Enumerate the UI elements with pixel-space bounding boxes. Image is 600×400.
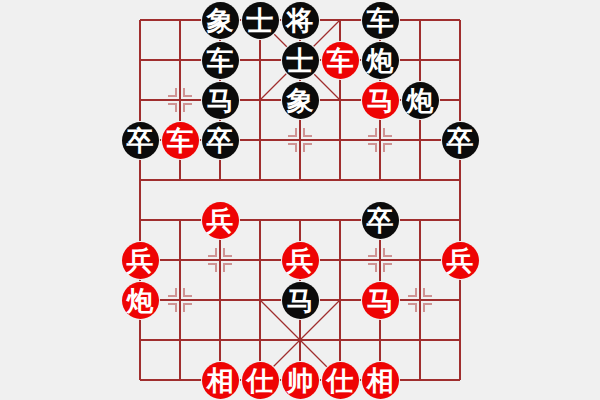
piece-black-chariot[interactable]: 车 xyxy=(362,2,399,39)
piece-red-horse[interactable]: 马 xyxy=(362,282,399,319)
pieces-layer: 象士将车车士车炮马象马炮卒车卒卒兵卒兵兵兵炮马马相仕帅仕相 xyxy=(0,0,600,400)
piece-red-advisor[interactable]: 仕 xyxy=(322,362,359,399)
piece-black-advisor[interactable]: 士 xyxy=(282,42,319,79)
xiangqi-app-window: 象士将车车士车炮马象马炮卒车卒卒兵卒兵兵兵炮马马相仕帅仕相 xyxy=(0,0,600,400)
piece-black-soldier[interactable]: 卒 xyxy=(362,202,399,239)
piece-red-advisor[interactable]: 仕 xyxy=(242,362,279,399)
piece-red-general[interactable]: 帅 xyxy=(282,362,319,399)
piece-black-advisor[interactable]: 士 xyxy=(242,2,279,39)
piece-black-elephant[interactable]: 象 xyxy=(202,2,239,39)
piece-black-soldier[interactable]: 卒 xyxy=(442,122,479,159)
piece-black-horse[interactable]: 马 xyxy=(282,282,319,319)
piece-red-soldier[interactable]: 兵 xyxy=(282,242,319,279)
piece-black-cannon[interactable]: 炮 xyxy=(362,42,399,79)
piece-black-chariot[interactable]: 车 xyxy=(202,42,239,79)
piece-red-chariot[interactable]: 车 xyxy=(322,42,359,79)
piece-black-soldier[interactable]: 卒 xyxy=(122,122,159,159)
piece-black-elephant[interactable]: 象 xyxy=(282,82,319,119)
piece-red-elephant[interactable]: 相 xyxy=(362,362,399,399)
piece-red-horse[interactable]: 马 xyxy=(362,82,399,119)
piece-red-soldier[interactable]: 兵 xyxy=(122,242,159,279)
piece-red-soldier[interactable]: 兵 xyxy=(442,242,479,279)
piece-black-cannon[interactable]: 炮 xyxy=(402,82,439,119)
xiangqi-board[interactable]: 象士将车车士车炮马象马炮卒车卒卒兵卒兵兵兵炮马马相仕帅仕相 xyxy=(0,0,600,400)
piece-red-elephant[interactable]: 相 xyxy=(202,362,239,399)
piece-black-horse[interactable]: 马 xyxy=(202,82,239,119)
piece-red-soldier[interactable]: 兵 xyxy=(202,202,239,239)
piece-black-soldier[interactable]: 卒 xyxy=(202,122,239,159)
piece-black-general[interactable]: 将 xyxy=(282,2,319,39)
piece-red-cannon[interactable]: 炮 xyxy=(122,282,159,319)
piece-red-chariot[interactable]: 车 xyxy=(162,122,199,159)
